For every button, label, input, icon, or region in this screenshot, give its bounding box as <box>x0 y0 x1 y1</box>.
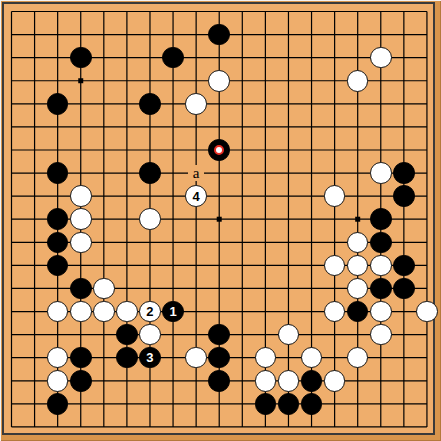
white-stone <box>370 255 392 277</box>
white-stone <box>208 70 230 92</box>
white-stone <box>185 93 207 115</box>
white-stone <box>116 301 138 323</box>
black-stone <box>139 93 161 115</box>
white-stone <box>139 208 161 230</box>
black-stone-numbered: 1 <box>162 301 184 323</box>
white-stone <box>93 301 115 323</box>
go-board[interactable]: a1342 <box>0 0 441 441</box>
white-stone-numbered: 2 <box>139 301 161 323</box>
black-stone <box>393 278 415 300</box>
star-point <box>355 217 360 222</box>
white-stone-numbered: 4 <box>185 185 207 207</box>
white-stone <box>70 185 92 207</box>
black-stone <box>162 47 184 69</box>
black-stone <box>370 208 392 230</box>
black-stone <box>301 370 323 392</box>
black-stone <box>116 324 138 346</box>
white-stone <box>255 370 277 392</box>
black-stone <box>47 93 69 115</box>
circle-mark-icon <box>214 145 224 155</box>
go-diagram: a1342 <box>0 0 441 441</box>
point-letter-label[interactable]: a <box>188 165 204 181</box>
black-stone <box>70 278 92 300</box>
grid-lines <box>4 4 433 433</box>
black-stone <box>370 278 392 300</box>
black-stone <box>70 370 92 392</box>
black-stone <box>47 162 69 184</box>
black-stone <box>255 393 277 415</box>
black-stone <box>393 185 415 207</box>
black-stone <box>393 255 415 277</box>
white-stone <box>70 208 92 230</box>
black-stone <box>370 232 392 254</box>
white-stone <box>278 370 300 392</box>
white-stone <box>416 301 438 323</box>
star-point <box>78 78 83 83</box>
black-stone-circled <box>208 139 230 161</box>
black-stone-numbered: 3 <box>139 347 161 369</box>
star-point <box>217 217 222 222</box>
black-stone <box>139 162 161 184</box>
black-stone <box>116 347 138 369</box>
black-stone <box>208 370 230 392</box>
white-stone <box>370 301 392 323</box>
black-stone <box>47 393 69 415</box>
black-stone <box>301 393 323 415</box>
white-stone <box>370 324 392 346</box>
white-stone <box>370 162 392 184</box>
black-stone <box>393 162 415 184</box>
white-stone <box>70 232 92 254</box>
white-stone <box>139 324 161 346</box>
white-stone <box>324 185 346 207</box>
white-stone <box>347 70 369 92</box>
black-stone <box>278 393 300 415</box>
white-stone <box>47 370 69 392</box>
black-stone <box>70 47 92 69</box>
white-stone <box>324 370 346 392</box>
white-stone <box>70 301 92 323</box>
white-stone <box>93 278 115 300</box>
black-stone <box>70 347 92 369</box>
board-play-area[interactable]: a1342 <box>2 2 435 435</box>
white-stone <box>370 47 392 69</box>
